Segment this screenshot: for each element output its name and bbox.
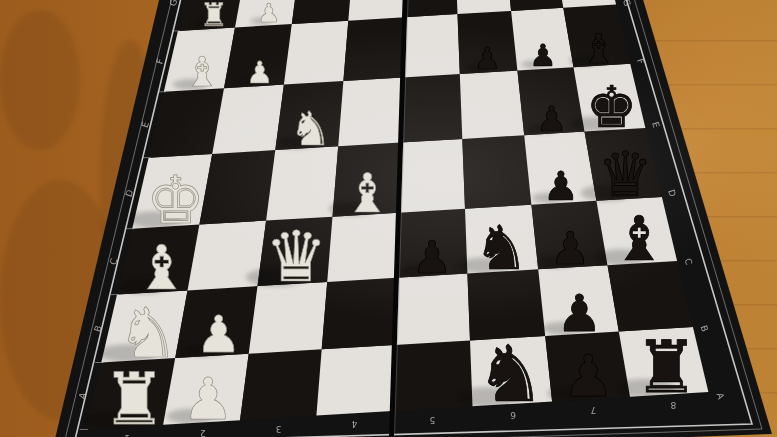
chess-board-photo: AABBCCDDEEFFGGHH12345678♜♟♝♟♟♟♝♞♟♚♚♝♟♛♝♛…: [0, 0, 777, 437]
vignette: [0, 0, 777, 437]
photo-of-chess-set: AABBCCDDEEFFGGHH12345678♜♟♝♟♟♟♝♞♟♚♚♝♟♛♝♛…: [0, 0, 777, 437]
